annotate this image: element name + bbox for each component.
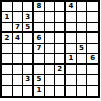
- cell-r7c3[interactable]: [23, 65, 34, 75]
- cell-r7c9[interactable]: [87, 65, 98, 75]
- cell-r7c1[interactable]: [2, 65, 13, 75]
- cell-r9c5[interactable]: [45, 86, 56, 96]
- given-digit: 7: [15, 24, 20, 31]
- cell-r6c3[interactable]: [23, 54, 34, 64]
- cell-r3c1[interactable]: [2, 23, 13, 33]
- cell-r4c6[interactable]: [55, 33, 66, 43]
- cell-r4c3[interactable]: [23, 33, 34, 43]
- given-digit: 4: [15, 35, 20, 42]
- cell-r8c9[interactable]: [87, 75, 98, 85]
- given-digit: 6: [36, 35, 41, 42]
- cell-r8c2[interactable]: [13, 75, 24, 85]
- cell-r9c9[interactable]: [87, 86, 98, 96]
- cell-r1c6[interactable]: [55, 2, 66, 12]
- cell-r5c2[interactable]: [13, 44, 24, 54]
- cell-r6c1[interactable]: [2, 54, 13, 64]
- cell-r9c2[interactable]: [13, 86, 24, 96]
- cell-r2c5[interactable]: [45, 12, 56, 22]
- given-digit: 4: [68, 3, 73, 10]
- cell-r1c5[interactable]: [45, 2, 56, 12]
- cell-r2c7[interactable]: [66, 12, 77, 22]
- cell-r8c7[interactable]: [66, 75, 77, 85]
- cell-r4c4[interactable]: 6: [34, 33, 45, 43]
- cell-r1c2[interactable]: [13, 2, 24, 12]
- cell-r7c6[interactable]: 2: [55, 65, 66, 75]
- given-digit: 1: [68, 55, 73, 62]
- given-digit: 3: [25, 14, 30, 21]
- given-digit: 5: [79, 45, 84, 52]
- cell-r9c1[interactable]: [2, 86, 13, 96]
- given-digit: 2: [4, 35, 9, 42]
- cell-r8c8[interactable]: [77, 75, 88, 85]
- given-digit: 5: [36, 76, 41, 83]
- cell-r5c7[interactable]: [66, 44, 77, 54]
- cell-r5c3[interactable]: [23, 44, 34, 54]
- cell-r2c9[interactable]: [87, 12, 98, 22]
- cell-r7c8[interactable]: [77, 65, 88, 75]
- given-digit: 5: [25, 24, 30, 31]
- cell-r6c9[interactable]: 6: [87, 54, 98, 64]
- cell-r7c7[interactable]: [66, 65, 77, 75]
- cell-r2c6[interactable]: [55, 12, 66, 22]
- cell-r5c1[interactable]: [2, 44, 13, 54]
- cell-r4c8[interactable]: [77, 33, 88, 43]
- cell-r3c9[interactable]: [87, 23, 98, 33]
- given-digit: 6: [90, 55, 95, 62]
- cell-r4c7[interactable]: [66, 33, 77, 43]
- cell-r9c8[interactable]: [77, 86, 88, 96]
- cell-r6c7[interactable]: 1: [66, 54, 77, 64]
- cell-r5c6[interactable]: [55, 44, 66, 54]
- cell-r1c4[interactable]: 8: [34, 2, 45, 12]
- cell-r3c3[interactable]: 5: [23, 23, 34, 33]
- cell-r7c4[interactable]: [34, 65, 45, 75]
- cell-r5c9[interactable]: [87, 44, 98, 54]
- cell-r4c9[interactable]: [87, 33, 98, 43]
- cell-r5c4[interactable]: 7: [34, 44, 45, 54]
- cell-r8c5[interactable]: [45, 75, 56, 85]
- cell-r9c3[interactable]: [23, 86, 34, 96]
- given-digit: 1: [36, 87, 41, 94]
- cell-r2c2[interactable]: [13, 12, 24, 22]
- cell-r4c1[interactable]: 2: [2, 33, 13, 43]
- cell-r6c5[interactable]: [45, 54, 56, 64]
- given-digit: 2: [57, 66, 62, 73]
- given-digit: 1: [4, 14, 9, 21]
- cell-r5c5[interactable]: [45, 44, 56, 54]
- cell-r8c1[interactable]: [2, 75, 13, 85]
- cell-r8c3[interactable]: 3: [23, 75, 34, 85]
- cell-r6c4[interactable]: [34, 54, 45, 64]
- given-digit: 3: [25, 76, 30, 83]
- cell-r6c8[interactable]: [77, 54, 88, 64]
- cell-r6c6[interactable]: [55, 54, 66, 64]
- cell-r9c4[interactable]: 1: [34, 86, 45, 96]
- cell-r3c6[interactable]: [55, 23, 66, 33]
- cell-r3c7[interactable]: [66, 23, 77, 33]
- cell-r2c1[interactable]: 1: [2, 12, 13, 22]
- given-digit: 7: [36, 45, 41, 52]
- cell-r6c2[interactable]: [13, 54, 24, 64]
- sudoku-board: 84137524675162351: [0, 0, 100, 98]
- cell-r2c4[interactable]: [34, 12, 45, 22]
- cell-r1c9[interactable]: [87, 2, 98, 12]
- given-digit: 8: [36, 3, 41, 10]
- cell-r1c3[interactable]: [23, 2, 34, 12]
- cell-r3c5[interactable]: [45, 23, 56, 33]
- cell-r3c2[interactable]: 7: [13, 23, 24, 33]
- cell-r2c8[interactable]: [77, 12, 88, 22]
- cell-r1c8[interactable]: [77, 2, 88, 12]
- cell-r8c4[interactable]: 5: [34, 75, 45, 85]
- cell-r7c5[interactable]: [45, 65, 56, 75]
- cell-r1c1[interactable]: [2, 2, 13, 12]
- cell-r3c8[interactable]: [77, 23, 88, 33]
- cell-r5c8[interactable]: 5: [77, 44, 88, 54]
- cell-r9c6[interactable]: [55, 86, 66, 96]
- cell-r4c2[interactable]: 4: [13, 33, 24, 43]
- cell-r8c6[interactable]: [55, 75, 66, 85]
- cell-r7c2[interactable]: [13, 65, 24, 75]
- cell-r4c5[interactable]: [45, 33, 56, 43]
- cell-r1c7[interactable]: 4: [66, 2, 77, 12]
- cell-r3c4[interactable]: [34, 23, 45, 33]
- cell-r2c3[interactable]: 3: [23, 12, 34, 22]
- cell-r9c7[interactable]: [66, 86, 77, 96]
